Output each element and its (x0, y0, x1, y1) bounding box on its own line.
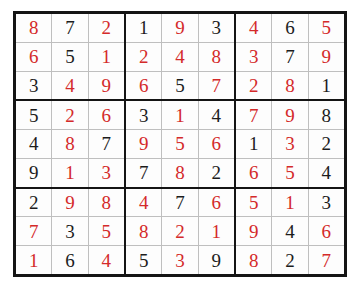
sudoku-cell-r3c2[interactable]: 4 (52, 72, 87, 100)
sudoku-cell-r9c8[interactable]: 2 (272, 246, 307, 274)
sudoku-cell-r5c8[interactable]: 3 (272, 130, 307, 158)
sudoku-cell-r1c2[interactable]: 7 (52, 14, 87, 42)
sudoku-cell-r6c2[interactable]: 1 (52, 159, 87, 187)
sudoku-block-0-0: 872651349 (16, 14, 124, 99)
sudoku-cell-r4c9[interactable]: 8 (309, 101, 344, 129)
sudoku-cell-r7c3[interactable]: 8 (89, 189, 124, 217)
sudoku-cell-r8c8[interactable]: 4 (272, 217, 307, 245)
sudoku-board: 8726513491932486574653792815264879133149… (13, 11, 347, 277)
sudoku-block-2-0: 298735164 (16, 189, 124, 274)
sudoku-cell-r6c1[interactable]: 9 (16, 159, 51, 187)
sudoku-cell-r1c6[interactable]: 3 (199, 14, 234, 42)
sudoku-cell-r6c8[interactable]: 5 (272, 159, 307, 187)
sudoku-cell-r9c2[interactable]: 6 (52, 246, 87, 274)
sudoku-cell-r5c3[interactable]: 7 (89, 130, 124, 158)
sudoku-block-2-1: 476821539 (126, 189, 234, 274)
sudoku-block-1-2: 798132654 (236, 101, 344, 186)
sudoku-cell-r9c6[interactable]: 9 (199, 246, 234, 274)
sudoku-cell-r1c8[interactable]: 6 (272, 14, 307, 42)
sudoku-cell-r7c7[interactable]: 5 (236, 189, 271, 217)
sudoku-cell-r9c7[interactable]: 8 (236, 246, 271, 274)
sudoku-cell-r2c6[interactable]: 8 (199, 43, 234, 71)
sudoku-cell-r8c9[interactable]: 6 (309, 217, 344, 245)
sudoku-cell-r2c4[interactable]: 2 (126, 43, 161, 71)
sudoku-cell-r7c2[interactable]: 9 (52, 189, 87, 217)
sudoku-block-2-2: 513946827 (236, 189, 344, 274)
sudoku-cell-r6c4[interactable]: 7 (126, 159, 161, 187)
sudoku-cell-r7c6[interactable]: 6 (199, 189, 234, 217)
sudoku-cell-r5c5[interactable]: 5 (162, 130, 197, 158)
sudoku-cell-r2c2[interactable]: 5 (52, 43, 87, 71)
sudoku-cell-r8c6[interactable]: 1 (199, 217, 234, 245)
sudoku-cell-r3c9[interactable]: 1 (309, 72, 344, 100)
sudoku-cell-r7c5[interactable]: 7 (162, 189, 197, 217)
sudoku-cell-r8c5[interactable]: 2 (162, 217, 197, 245)
sudoku-cell-r4c6[interactable]: 4 (199, 101, 234, 129)
sudoku-cell-r4c5[interactable]: 1 (162, 101, 197, 129)
sudoku-block-1-0: 526487913 (16, 101, 124, 186)
sudoku-cell-r3c5[interactable]: 5 (162, 72, 197, 100)
sudoku-cell-r2c9[interactable]: 9 (309, 43, 344, 71)
sudoku-cell-r2c1[interactable]: 6 (16, 43, 51, 71)
sudoku-cell-r4c4[interactable]: 3 (126, 101, 161, 129)
sudoku-cell-r1c4[interactable]: 1 (126, 14, 161, 42)
sudoku-cell-r3c4[interactable]: 6 (126, 72, 161, 100)
sudoku-cell-r4c3[interactable]: 6 (89, 101, 124, 129)
sudoku-cell-r8c1[interactable]: 7 (16, 217, 51, 245)
sudoku-cell-r9c5[interactable]: 3 (162, 246, 197, 274)
sudoku-cell-r8c2[interactable]: 3 (52, 217, 87, 245)
sudoku-cell-r1c9[interactable]: 5 (309, 14, 344, 42)
sudoku-block-1-1: 314956782 (126, 101, 234, 186)
sudoku-cell-r9c3[interactable]: 4 (89, 246, 124, 274)
sudoku-cell-r6c7[interactable]: 6 (236, 159, 271, 187)
sudoku-cell-r5c6[interactable]: 6 (199, 130, 234, 158)
sudoku-cell-r4c8[interactable]: 9 (272, 101, 307, 129)
sudoku-cell-r5c2[interactable]: 8 (52, 130, 87, 158)
sudoku-cell-r8c7[interactable]: 9 (236, 217, 271, 245)
sudoku-cell-r1c5[interactable]: 9 (162, 14, 197, 42)
sudoku-cell-r8c3[interactable]: 5 (89, 217, 124, 245)
sudoku-cell-r5c9[interactable]: 2 (309, 130, 344, 158)
sudoku-cell-r3c1[interactable]: 3 (16, 72, 51, 100)
sudoku-cell-r3c8[interactable]: 8 (272, 72, 307, 100)
sudoku-block-0-1: 193248657 (126, 14, 234, 99)
sudoku-cell-r2c5[interactable]: 4 (162, 43, 197, 71)
sudoku-cell-r6c3[interactable]: 3 (89, 159, 124, 187)
sudoku-cell-r4c7[interactable]: 7 (236, 101, 271, 129)
sudoku-cell-r8c4[interactable]: 8 (126, 217, 161, 245)
sudoku-cell-r9c1[interactable]: 1 (16, 246, 51, 274)
sudoku-cell-r5c1[interactable]: 4 (16, 130, 51, 158)
sudoku-cell-r7c4[interactable]: 4 (126, 189, 161, 217)
sudoku-cell-r4c2[interactable]: 2 (52, 101, 87, 129)
sudoku-cell-r7c1[interactable]: 2 (16, 189, 51, 217)
sudoku-cell-r2c3[interactable]: 1 (89, 43, 124, 71)
sudoku-cell-r2c8[interactable]: 7 (272, 43, 307, 71)
sudoku-cell-r5c4[interactable]: 9 (126, 130, 161, 158)
sudoku-cell-r9c4[interactable]: 5 (126, 246, 161, 274)
sudoku-cell-r6c5[interactable]: 8 (162, 159, 197, 187)
sudoku-cell-r3c3[interactable]: 9 (89, 72, 124, 100)
sudoku-cell-r4c1[interactable]: 5 (16, 101, 51, 129)
sudoku-cell-r1c1[interactable]: 8 (16, 14, 51, 42)
sudoku-block-0-2: 465379281 (236, 14, 344, 99)
sudoku-cell-r1c7[interactable]: 4 (236, 14, 271, 42)
sudoku-cell-r2c7[interactable]: 3 (236, 43, 271, 71)
sudoku-cell-r3c7[interactable]: 2 (236, 72, 271, 100)
sudoku-cell-r5c7[interactable]: 1 (236, 130, 271, 158)
sudoku-page: 8726513491932486574653792815264879133149… (0, 0, 362, 292)
sudoku-cell-r3c6[interactable]: 7 (199, 72, 234, 100)
sudoku-cell-r7c8[interactable]: 1 (272, 189, 307, 217)
sudoku-cell-r9c9[interactable]: 7 (309, 246, 344, 274)
sudoku-cell-r7c9[interactable]: 3 (309, 189, 344, 217)
sudoku-cell-r6c9[interactable]: 4 (309, 159, 344, 187)
sudoku-cell-r6c6[interactable]: 2 (199, 159, 234, 187)
sudoku-cell-r1c3[interactable]: 2 (89, 14, 124, 42)
